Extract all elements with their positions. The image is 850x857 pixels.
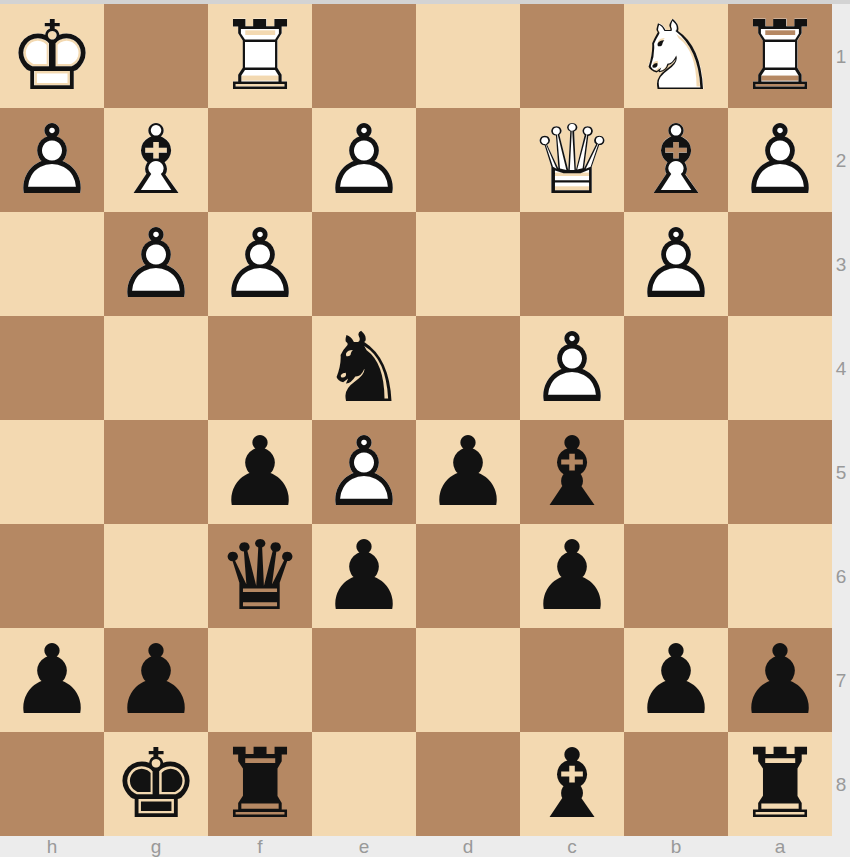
black-bishop-glyph: ♝ <box>520 732 624 836</box>
file-label-c: c <box>520 836 624 857</box>
black-rook-glyph: ♜ <box>208 732 312 836</box>
square-a8[interactable]: ♜ <box>728 732 832 836</box>
square-g6[interactable] <box>104 524 208 628</box>
square-f5[interactable]: ♟ <box>208 420 312 524</box>
square-g1[interactable] <box>104 4 208 108</box>
square-e3[interactable] <box>312 212 416 316</box>
file-label-a: a <box>728 836 832 857</box>
file-label-f: f <box>208 836 312 857</box>
square-d6[interactable] <box>416 524 520 628</box>
white-bishop-outline: ♗ <box>624 108 728 212</box>
square-g2[interactable]: ♝♗ <box>104 108 208 212</box>
square-f4[interactable] <box>208 316 312 420</box>
chess-board: ♚♔♜♖♞♘♜♖♟♙♝♗♟♙♛♕♝♗♟♙♟♙♟♙♟♙♞♟♙♟♟♙♟♝♛♟♟♟♟♟… <box>0 4 832 836</box>
square-d8[interactable] <box>416 732 520 836</box>
white-rook[interactable]: ♜♖ <box>728 4 832 108</box>
square-h2[interactable]: ♟♙ <box>0 108 104 212</box>
square-g4[interactable] <box>104 316 208 420</box>
square-b6[interactable] <box>624 524 728 628</box>
square-d3[interactable] <box>416 212 520 316</box>
black-rook-glyph: ♜ <box>728 732 832 836</box>
square-g8[interactable]: ♚ <box>104 732 208 836</box>
square-h8[interactable] <box>0 732 104 836</box>
black-pawn-glyph: ♟ <box>728 628 832 732</box>
white-queen-outline: ♕ <box>520 108 624 212</box>
square-b1[interactable]: ♞♘ <box>624 4 728 108</box>
black-pawn-glyph: ♟ <box>104 628 208 732</box>
file-label-b: b <box>624 836 728 857</box>
square-f1[interactable]: ♜♖ <box>208 4 312 108</box>
black-rook[interactable]: ♜ <box>728 732 832 836</box>
square-c4[interactable]: ♟♙ <box>520 316 624 420</box>
file-label-g: g <box>104 836 208 857</box>
square-e4[interactable]: ♞ <box>312 316 416 420</box>
black-pawn[interactable]: ♟ <box>208 420 312 524</box>
square-f2[interactable] <box>208 108 312 212</box>
black-pawn-glyph: ♟ <box>312 524 416 628</box>
black-pawn[interactable]: ♟ <box>416 420 520 524</box>
white-pawn[interactable]: ♟♙ <box>728 108 832 212</box>
square-f7[interactable] <box>208 628 312 732</box>
white-king-outline: ♔ <box>0 4 104 108</box>
square-e6[interactable]: ♟ <box>312 524 416 628</box>
black-pawn[interactable]: ♟ <box>520 524 624 628</box>
square-a4[interactable] <box>728 316 832 420</box>
square-d2[interactable] <box>416 108 520 212</box>
black-pawn-glyph: ♟ <box>624 628 728 732</box>
square-b8[interactable] <box>624 732 728 836</box>
square-h3[interactable] <box>0 212 104 316</box>
square-h7[interactable]: ♟ <box>0 628 104 732</box>
black-rook[interactable]: ♜ <box>208 732 312 836</box>
white-pawn-outline: ♙ <box>0 108 104 212</box>
black-pawn[interactable]: ♟ <box>0 628 104 732</box>
black-queen-glyph: ♛ <box>208 524 312 628</box>
white-pawn[interactable]: ♟♙ <box>0 108 104 212</box>
chess-board-screen: ♚♔♜♖♞♘♜♖♟♙♝♗♟♙♛♕♝♗♟♙♟♙♟♙♟♙♞♟♙♟♟♙♟♝♛♟♟♟♟♟… <box>0 0 850 857</box>
square-e2[interactable]: ♟♙ <box>312 108 416 212</box>
square-a7[interactable]: ♟ <box>728 628 832 732</box>
black-knight-glyph: ♞ <box>312 316 416 420</box>
square-c8[interactable]: ♝ <box>520 732 624 836</box>
white-pawn-outline: ♙ <box>728 108 832 212</box>
black-pawn-glyph: ♟ <box>208 420 312 524</box>
file-label-e: e <box>312 836 416 857</box>
square-c6[interactable]: ♟ <box>520 524 624 628</box>
white-rook[interactable]: ♜♖ <box>208 4 312 108</box>
square-c1[interactable] <box>520 4 624 108</box>
black-pawn[interactable]: ♟ <box>624 628 728 732</box>
square-f3[interactable]: ♟♙ <box>208 212 312 316</box>
square-h4[interactable] <box>0 316 104 420</box>
rank-label-4: 4 <box>832 316 850 420</box>
black-bishop[interactable]: ♝ <box>520 732 624 836</box>
square-f6[interactable]: ♛ <box>208 524 312 628</box>
white-pawn[interactable]: ♟♙ <box>624 212 728 316</box>
square-b3[interactable]: ♟♙ <box>624 212 728 316</box>
rank-label-2: 2 <box>832 108 850 212</box>
rank-label-5: 5 <box>832 420 850 524</box>
white-knight[interactable]: ♞♘ <box>624 4 728 108</box>
white-bishop[interactable]: ♝♗ <box>624 108 728 212</box>
white-rook-outline: ♖ <box>728 4 832 108</box>
square-a3[interactable] <box>728 212 832 316</box>
black-pawn-glyph: ♟ <box>0 628 104 732</box>
black-bishop[interactable]: ♝ <box>520 420 624 524</box>
black-pawn[interactable]: ♟ <box>312 524 416 628</box>
square-g7[interactable]: ♟ <box>104 628 208 732</box>
square-d7[interactable] <box>416 628 520 732</box>
black-queen[interactable]: ♛ <box>208 524 312 628</box>
white-rook-outline: ♖ <box>208 4 312 108</box>
square-a1[interactable]: ♜♖ <box>728 4 832 108</box>
rank-coordinate-gutter: 12345678 <box>832 4 850 836</box>
white-pawn-outline: ♙ <box>312 108 416 212</box>
white-pawn-outline: ♙ <box>104 212 208 316</box>
white-king[interactable]: ♚♔ <box>0 4 104 108</box>
white-pawn-outline: ♙ <box>312 420 416 524</box>
black-pawn-glyph: ♟ <box>520 524 624 628</box>
file-label-d: d <box>416 836 520 857</box>
black-king-glyph: ♚ <box>104 732 208 836</box>
black-bishop-glyph: ♝ <box>520 420 624 524</box>
black-knight[interactable]: ♞ <box>312 316 416 420</box>
square-c7[interactable] <box>520 628 624 732</box>
square-b4[interactable] <box>624 316 728 420</box>
white-pawn[interactable]: ♟♙ <box>312 420 416 524</box>
white-pawn-outline: ♙ <box>208 212 312 316</box>
square-d5[interactable]: ♟ <box>416 420 520 524</box>
white-knight-outline: ♘ <box>624 4 728 108</box>
white-pawn[interactable]: ♟♙ <box>520 316 624 420</box>
rank-label-1: 1 <box>832 4 850 108</box>
white-queen[interactable]: ♛♕ <box>520 108 624 212</box>
square-e5[interactable]: ♟♙ <box>312 420 416 524</box>
square-d4[interactable] <box>416 316 520 420</box>
square-c5[interactable]: ♝ <box>520 420 624 524</box>
square-a5[interactable] <box>728 420 832 524</box>
square-b7[interactable]: ♟ <box>624 628 728 732</box>
square-c2[interactable]: ♛♕ <box>520 108 624 212</box>
square-e7[interactable] <box>312 628 416 732</box>
square-d1[interactable] <box>416 4 520 108</box>
rank-label-8: 8 <box>832 732 850 836</box>
square-b5[interactable] <box>624 420 728 524</box>
square-a6[interactable] <box>728 524 832 628</box>
rank-label-6: 6 <box>832 524 850 628</box>
black-pawn[interactable]: ♟ <box>104 628 208 732</box>
square-b2[interactable]: ♝♗ <box>624 108 728 212</box>
square-c3[interactable] <box>520 212 624 316</box>
square-e8[interactable] <box>312 732 416 836</box>
rank-label-7: 7 <box>832 628 850 732</box>
gutter-corner <box>832 836 850 857</box>
white-pawn[interactable]: ♟♙ <box>208 212 312 316</box>
square-g5[interactable] <box>104 420 208 524</box>
white-pawn-outline: ♙ <box>520 316 624 420</box>
file-coordinate-gutter: hgfedcba <box>0 836 832 857</box>
square-f8[interactable]: ♜ <box>208 732 312 836</box>
square-e1[interactable] <box>312 4 416 108</box>
white-pawn[interactable]: ♟♙ <box>312 108 416 212</box>
rank-label-3: 3 <box>832 212 850 316</box>
black-pawn-glyph: ♟ <box>416 420 520 524</box>
square-h5[interactable] <box>0 420 104 524</box>
white-pawn[interactable]: ♟♙ <box>104 212 208 316</box>
white-bishop-outline: ♗ <box>104 108 208 212</box>
square-a2[interactable]: ♟♙ <box>728 108 832 212</box>
square-h1[interactable]: ♚♔ <box>0 4 104 108</box>
white-bishop[interactable]: ♝♗ <box>104 108 208 212</box>
square-g3[interactable]: ♟♙ <box>104 212 208 316</box>
file-label-h: h <box>0 836 104 857</box>
white-pawn-outline: ♙ <box>624 212 728 316</box>
black-pawn[interactable]: ♟ <box>728 628 832 732</box>
black-king[interactable]: ♚ <box>104 732 208 836</box>
square-h6[interactable] <box>0 524 104 628</box>
